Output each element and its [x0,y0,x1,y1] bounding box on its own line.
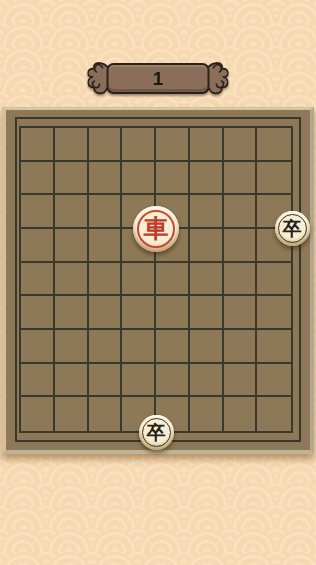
board-cell[interactable] [156,128,190,162]
board-cell[interactable] [224,128,258,162]
board-cell[interactable] [224,330,258,364]
board-cell[interactable] [89,128,123,162]
board-cell[interactable] [190,364,224,398]
board-cell[interactable] [224,397,258,431]
board-cell[interactable] [224,263,258,297]
board-cell[interactable] [257,364,291,398]
board-cell[interactable] [190,128,224,162]
board-cell[interactable] [190,296,224,330]
xiangqi-board[interactable]: 車卒卒 [2,107,314,454]
board-cell[interactable] [55,128,89,162]
board-cell[interactable] [55,162,89,196]
board-cell[interactable] [89,364,123,398]
board-cell[interactable] [224,364,258,398]
plaque-cloud-scroll-right-icon [207,61,229,95]
board-cell[interactable] [55,330,89,364]
board-cell[interactable] [89,330,123,364]
board-cell[interactable] [55,195,89,229]
board-cell[interactable] [122,296,156,330]
board-cell[interactable] [89,296,123,330]
board-cell[interactable] [224,296,258,330]
board-cell[interactable] [156,296,190,330]
board-cell[interactable] [21,330,55,364]
board-grid [19,126,293,433]
board-cell[interactable] [257,296,291,330]
board-cell[interactable] [122,364,156,398]
board-cell[interactable] [156,162,190,196]
board-cell[interactable] [122,330,156,364]
board-cell[interactable] [190,330,224,364]
black-soldier-east-piece[interactable]: 卒 [275,211,310,246]
board-cell[interactable] [21,195,55,229]
board-cell[interactable] [190,162,224,196]
board-cell[interactable] [55,364,89,398]
level-plaque-body: 1 [107,63,210,94]
board-cell[interactable] [224,195,258,229]
board-cell[interactable] [257,397,291,431]
board-cell[interactable] [21,296,55,330]
black-soldier-south-piece[interactable]: 卒 [139,415,174,450]
board-cell[interactable] [224,162,258,196]
board-cell[interactable] [55,263,89,297]
board-cell[interactable] [55,229,89,263]
red-chariot-piece[interactable]: 車 [133,206,179,252]
level-plaque: 1 [88,60,229,96]
board-cell[interactable] [89,162,123,196]
board-cell[interactable] [55,397,89,431]
board-cell[interactable] [21,397,55,431]
board-cell[interactable] [21,128,55,162]
board-cell[interactable] [89,263,123,297]
board-cell[interactable] [122,263,156,297]
piece-glyph: 卒 [275,211,310,246]
board-cell[interactable] [122,128,156,162]
board-cell[interactable] [190,263,224,297]
board-cell[interactable] [55,296,89,330]
piece-glyph: 車 [133,206,179,252]
board-cell[interactable] [89,229,123,263]
piece-glyph: 卒 [139,415,174,450]
board-cell[interactable] [89,397,123,431]
board-cell[interactable] [190,229,224,263]
board-cell[interactable] [89,195,123,229]
board-cell[interactable] [156,263,190,297]
board-cell[interactable] [21,229,55,263]
board-cell[interactable] [257,263,291,297]
board-cell[interactable] [190,195,224,229]
board-cell[interactable] [21,364,55,398]
level-number: 1 [153,69,164,88]
board-cell[interactable] [257,128,291,162]
board-cell[interactable] [257,162,291,196]
board-cell[interactable] [156,364,190,398]
board-cell[interactable] [224,229,258,263]
board-cell[interactable] [21,263,55,297]
board-cell[interactable] [156,330,190,364]
board-cell[interactable] [21,162,55,196]
board-cell[interactable] [190,397,224,431]
board-cell[interactable] [257,330,291,364]
board-cell[interactable] [122,162,156,196]
game-screen: 1 車卒卒 [0,0,316,565]
